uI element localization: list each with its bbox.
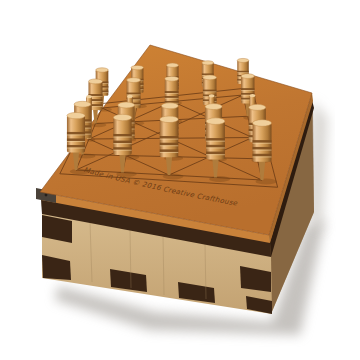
peg-game-board-photo: Made in USA © 2016 Creative Crafthouse: [0, 0, 360, 360]
product-photo: Made in USA © 2016 Creative Crafthouse: [0, 0, 360, 360]
